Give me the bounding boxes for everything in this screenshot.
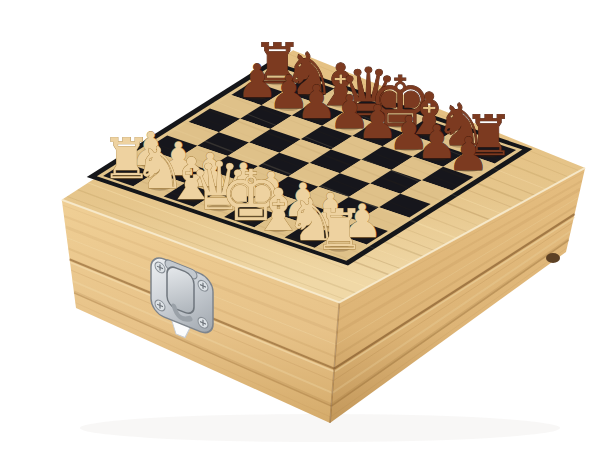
svg-text:♟: ♟: [448, 127, 489, 181]
piece-white-rook: ♜: [314, 197, 364, 262]
box-foot: [546, 253, 560, 263]
scene-svg: ♜♞♟♝♟♛♟♚♟♝♟♞♟♜♟♟♟♟♜♟♞♟♝♟♛♟♚♟♝♟♞♜: [0, 0, 610, 459]
piece-black-pawn: ♟: [448, 127, 489, 181]
product-photo-chess-box: ♜♞♟♝♟♛♟♚♟♝♟♞♟♜♟♟♟♟♜♟♞♟♝♟♛♟♚♟♝♟♞♜: [0, 0, 610, 459]
svg-text:♜: ♜: [314, 197, 364, 262]
